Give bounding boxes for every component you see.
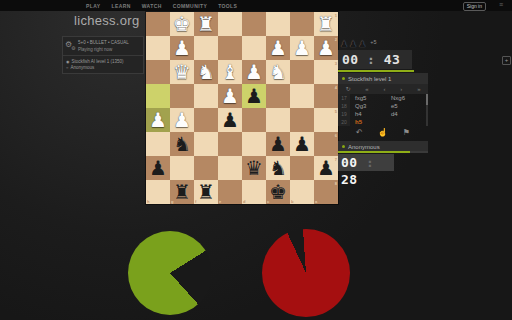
square-h7[interactable]: ♟ [146,156,170,180]
black-pawn[interactable]: ♟ [293,132,311,156]
black-player-line[interactable]: ○ Anonymous [66,65,140,70]
square-g5[interactable]: ♟ [170,108,194,132]
black-move[interactable]: Nxg6 [391,95,426,101]
square-b5[interactable] [290,108,314,132]
square-d6[interactable] [242,132,266,156]
online-dot-icon [342,77,345,80]
square-b2[interactable]: ♟ [290,36,314,60]
white-knight[interactable]: ♞ [269,60,287,84]
square-g8[interactable]: ♜g [170,180,194,204]
chess-board[interactable]: ♚♜♜1♟♟♟♟2♛♞♝♟♞3♟♟4♟♟♟5♞♟♟6♟♛♞♟7h♜g♜fed♚c… [146,12,338,204]
white-move[interactable]: h4 [350,111,391,117]
top-clock-seconds: 43 [384,52,401,67]
move-number: 17 [338,94,350,102]
rank-label-7: 7 [335,157,337,162]
square-c3[interactable]: ♞ [266,60,290,84]
scrollbar-thumb[interactable] [426,94,428,105]
bottom-clock-bar [338,151,428,153]
square-h6[interactable] [146,132,170,156]
square-c1[interactable] [266,12,290,36]
file-label-g: g [171,199,173,204]
white-move[interactable]: Qg3 [350,103,391,109]
black-king[interactable]: ♚ [269,180,287,204]
rank-label-6: 6 [335,133,337,138]
nav-item-watch[interactable]: WATCH [142,3,162,9]
square-a2[interactable]: ♟2 [314,36,338,60]
file-label-d: d [243,199,245,204]
red-pie-shape [262,229,350,317]
game-meta-box: ⚙ ⚙ 5+0 • BULLET • CASUAL Playing right … [62,36,144,74]
square-c7[interactable]: ♞ [266,156,290,180]
bottom-clock-bar-fill [338,151,410,153]
square-h8[interactable]: h [146,180,170,204]
white-queen[interactable]: ♛ [173,60,191,84]
white-bishop[interactable]: ♝ [221,60,239,84]
gear-small-icon: ⚙ [71,45,75,51]
move-list-scrollbar[interactable] [426,94,428,126]
square-a7[interactable]: ♟7 [314,156,338,180]
top-clock-bar [338,70,414,72]
move-row-20: 20h5 [338,118,426,126]
file-label-a: a [315,199,317,204]
last-move-icon[interactable]: » [417,84,420,94]
square-f2[interactable] [194,36,218,60]
bottom-clock-seconds: 28 [341,172,358,187]
white-pawn[interactable]: ♟ [221,84,239,108]
top-player-clock: 00 : 43 [338,50,412,69]
rank-label-3: 3 [335,61,337,66]
file-label-f: f [195,199,196,204]
square-e5[interactable]: ♟ [218,108,242,132]
square-f5[interactable] [194,108,218,132]
square-d2[interactable] [242,36,266,60]
captured-pieces: ♟♟♟ [340,33,367,51]
square-e8[interactable]: e [218,180,242,204]
square-d4[interactable]: ♟ [242,84,266,108]
white-player-line[interactable]: ◉ Stockfish AI level 1 (1350) [66,59,140,64]
captured-pawn-icon: ♟ [349,39,357,49]
square-b7[interactable] [290,156,314,180]
square-a3[interactable]: 3 [314,60,338,84]
draw-offer-icon[interactable]: ☝ [378,128,388,137]
file-label-b: b [291,199,293,204]
square-g4[interactable] [170,84,194,108]
square-c5[interactable] [266,108,290,132]
square-f7[interactable] [194,156,218,180]
black-rook[interactable]: ♜ [173,180,191,204]
white-rook[interactable]: ♜ [317,12,335,36]
white-pawn[interactable]: ♟ [149,108,167,132]
black-player-icon: ○ [66,65,68,70]
top-clock-minutes: 00 [342,52,359,67]
prev-move-icon[interactable]: ‹ [383,84,385,94]
square-g3[interactable]: ♛ [170,60,194,84]
white-knight[interactable]: ♞ [197,60,215,84]
bottom-player-label: Anonymous [348,144,380,150]
square-c8[interactable]: ♚c [266,180,290,204]
black-pawn[interactable]: ♟ [269,132,287,156]
square-d7[interactable]: ♛ [242,156,266,180]
hamburger-icon[interactable]: ≡ [499,1,503,8]
resign-flag-icon[interactable]: ⚑ [403,128,410,137]
square-f4[interactable] [194,84,218,108]
square-g2[interactable]: ♟ [170,36,194,60]
square-a4[interactable]: 4 [314,84,338,108]
green-pie-shape [128,231,212,315]
square-d3[interactable]: ♟ [242,60,266,84]
game-status-label: Playing right now [78,47,140,52]
square-h1[interactable] [146,12,170,36]
top-player-label: Stockfish level 1 [348,76,391,82]
move-nav-bar: ↻«‹›» [338,84,428,94]
square-h3[interactable] [146,60,170,84]
move-row-18: 18Qg3e5 [338,102,426,110]
rank-label-4: 4 [335,85,337,90]
black-knight[interactable]: ♞ [269,156,287,180]
sign-in-button[interactable]: Sign in [463,2,486,11]
square-b8[interactable]: b [290,180,314,204]
lichess-logo[interactable]: lichess.org [74,13,139,28]
square-c4[interactable] [266,84,290,108]
square-e7[interactable] [218,156,242,180]
rank-label-2: 2 [335,37,337,42]
white-rook[interactable]: ♜ [197,12,215,36]
square-h5[interactable]: ♟ [146,108,170,132]
black-move[interactable]: e5 [391,103,426,109]
move-number: 18 [338,102,350,110]
black-pawn[interactable]: ♟ [317,156,335,180]
next-move-icon[interactable]: › [400,84,402,94]
move-row-17: 17fxg5Nxg6 [338,94,426,102]
online-dot-icon [342,145,345,148]
square-f8[interactable]: ♜f [194,180,218,204]
white-pawn[interactable]: ♟ [173,36,191,60]
white-pawn[interactable]: ♟ [269,36,287,60]
black-knight[interactable]: ♞ [173,132,191,156]
square-a5[interactable]: 5 [314,108,338,132]
square-e4[interactable]: ♟ [218,84,242,108]
square-f6[interactable] [194,132,218,156]
square-b3[interactable] [290,60,314,84]
nav-item-learn[interactable]: LEARN [111,3,130,9]
square-d5[interactable] [242,108,266,132]
captured-pawn-icon: ♟ [340,39,348,49]
square-e1[interactable] [218,12,242,36]
navbar-menu: PLAYLEARNWATCHCOMMUNITYTOOLS [86,0,237,11]
white-pawn[interactable]: ♟ [245,60,263,84]
square-e6[interactable] [218,132,242,156]
bottom-player-clock: 00 : 28 [338,154,394,171]
square-a8[interactable]: a8 [314,180,338,204]
first-move-icon[interactable]: « [365,84,368,94]
lichess-page: PLAYLEARNWATCHCOMMUNITYTOOLS Sign in ≡ l… [0,0,512,320]
black-rook[interactable]: ♜ [197,180,215,204]
rank-label-8: 8 [335,181,337,186]
white-player-icon: ◉ [66,59,70,64]
move-row-19: 19h4d4 [338,110,426,118]
file-label-h: h [147,199,149,204]
top-navbar: PLAYLEARNWATCHCOMMUNITYTOOLS Sign in ≡ [0,0,512,11]
black-queen[interactable]: ♛ [245,156,263,180]
file-label-e: e [219,199,221,204]
square-c2[interactable]: ♟ [266,36,290,60]
nav-item-tools[interactable]: TOOLS [218,3,237,9]
square-a1[interactable]: ♜1 [314,12,338,36]
square-d8[interactable]: d [242,180,266,204]
square-g6[interactable]: ♞ [170,132,194,156]
square-b1[interactable] [290,12,314,36]
give-time-button[interactable]: + [502,56,511,65]
black-pawn[interactable]: ♟ [245,84,263,108]
top-clock-colon: : [359,52,384,67]
white-pawn[interactable]: ♟ [173,108,191,132]
nav-item-play[interactable]: PLAY [86,3,100,9]
rank-label-5: 5 [335,109,337,114]
square-c6[interactable]: ♟ [266,132,290,156]
square-d1[interactable] [242,12,266,36]
bottom-clock-colon: : [358,155,375,170]
black-pawn[interactable]: ♟ [149,156,167,180]
bottom-clock-minutes: 00 [341,155,358,170]
material-advantage: +5 [370,39,376,45]
game-meta-top: ⚙ ⚙ 5+0 • BULLET • CASUAL Playing right … [63,37,143,55]
black-pawn[interactable]: ♟ [221,108,239,132]
white-king[interactable]: ♚ [173,12,191,36]
captured-pawn-icon: ♟ [358,39,366,49]
square-b4[interactable] [290,84,314,108]
time-control-label: 5+0 • BULLET • CASUAL [78,40,140,45]
square-h4[interactable] [146,84,170,108]
white-pawn[interactable]: ♟ [317,36,335,60]
white-move[interactable]: fxg5 [350,95,391,101]
file-label-c: c [267,199,269,204]
black-player-name: Anonymous [70,65,94,70]
cycle-icon[interactable]: ↻ [345,84,350,94]
takeback-icon[interactable]: ↶ [356,128,363,137]
square-b6[interactable]: ♟ [290,132,314,156]
square-f3[interactable]: ♞ [194,60,218,84]
square-g1[interactable]: ♚ [170,12,194,36]
square-g7[interactable] [170,156,194,180]
square-a6[interactable]: 6 [314,132,338,156]
white-move[interactable]: h5 [350,119,391,125]
move-number: 19 [338,110,350,118]
rank-label-1: 1 [335,13,337,18]
game-meta-players: ◉ Stockfish AI level 1 (1350) ○ Anonymou… [63,55,143,73]
game-action-bar: ↶☝⚑ [338,126,428,139]
square-h2[interactable] [146,36,170,60]
square-e2[interactable] [218,36,242,60]
white-pawn[interactable]: ♟ [293,36,311,60]
black-move[interactable]: d4 [391,111,426,117]
captured-pieces-tray: ♟♟♟ +5 [340,37,377,47]
nav-item-community[interactable]: COMMUNITY [173,3,207,9]
square-e3[interactable]: ♝ [218,60,242,84]
move-number: 20 [338,118,350,126]
top-player-row[interactable]: Stockfish level 1 [338,73,428,84]
move-list: 17fxg5Nxg618Qg3e519h4d420h5 [338,94,426,126]
square-f1[interactable]: ♜ [194,12,218,36]
white-player-name: Stockfish AI level 1 (1350) [72,59,124,64]
